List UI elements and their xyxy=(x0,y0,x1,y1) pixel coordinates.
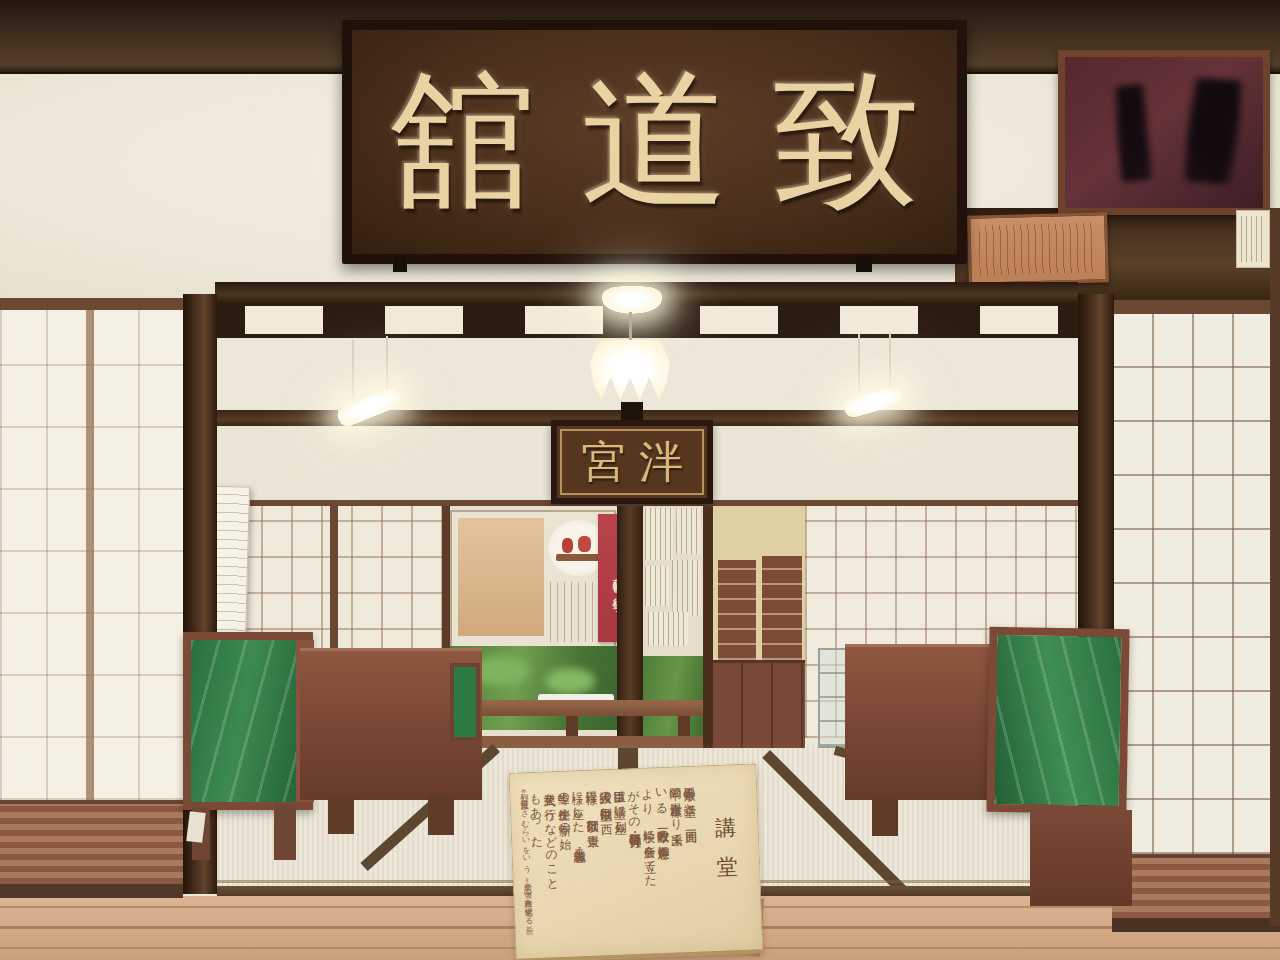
storage-cabinet xyxy=(713,660,805,748)
calligraphy-stroke xyxy=(1183,77,1242,184)
right-shoji-wall xyxy=(1112,300,1280,932)
shoji-base-rail xyxy=(1112,918,1280,932)
shoji-lattice xyxy=(1112,314,1280,854)
window-greenery xyxy=(545,668,595,694)
bookshelf xyxy=(762,556,802,660)
main-plaque-char: 致 xyxy=(773,42,921,242)
board-text-lines xyxy=(978,222,1097,275)
inner-room-frame xyxy=(703,506,713,748)
plaque-hook xyxy=(856,256,872,272)
inner-room xyxy=(713,506,805,748)
case-leg xyxy=(328,798,354,834)
explanation-board xyxy=(967,212,1109,286)
illustration-desk xyxy=(556,554,600,561)
shoji-base-rail xyxy=(0,884,183,898)
light-wire xyxy=(889,332,891,390)
case-leg xyxy=(428,795,454,835)
document-sheet xyxy=(645,508,673,560)
case-stand xyxy=(1030,810,1132,906)
transom-window xyxy=(245,306,323,334)
left-shoji-wall xyxy=(0,298,183,898)
transom-window xyxy=(700,306,778,334)
exhibit-panel xyxy=(450,510,616,650)
hanging-plaque-char: 宮 xyxy=(581,433,625,492)
display-case-right-glass xyxy=(986,627,1129,814)
main-plaque: 舘 道 致 xyxy=(342,20,967,264)
calligraphy-sheet xyxy=(458,518,544,636)
light-wire xyxy=(352,340,354,398)
paper-label xyxy=(1236,210,1270,268)
calligraphy-stroke xyxy=(1112,83,1156,182)
garden-window xyxy=(643,656,703,736)
shoji-slat-panel xyxy=(0,800,183,884)
light-cord xyxy=(629,312,632,342)
transom-window xyxy=(385,306,463,334)
document-sheet xyxy=(672,560,702,616)
light-wire xyxy=(858,334,860,392)
transom-window xyxy=(840,306,918,334)
display-case-left-glass xyxy=(183,632,313,810)
case-leg xyxy=(274,804,296,860)
pendant-light-small xyxy=(602,286,662,314)
display-case-left-wood xyxy=(300,648,482,800)
transom-window xyxy=(525,306,603,334)
hanging-plaque-inner: 宮 泮 xyxy=(560,429,704,495)
case-glass-end xyxy=(450,663,480,741)
shoji-slat-panel xyxy=(1112,854,1280,918)
label-text-lines xyxy=(1241,216,1265,262)
plaque-hook xyxy=(393,256,407,272)
shoji-top-rail xyxy=(0,298,183,310)
shoji-frame-bar xyxy=(86,310,94,800)
shoji-top-rail xyxy=(1112,300,1280,314)
case-leg xyxy=(872,798,898,836)
document-sheet xyxy=(645,566,669,606)
main-plaque-char: 道 xyxy=(581,42,729,242)
sign-text-block: 講 堂 三十畳敷の講堂と、周囲一 間半の畳敷様より出来て いる。政教一致の御趣意… xyxy=(509,765,758,959)
hanging-plaque-char: 泮 xyxy=(639,433,683,492)
main-plaque-char: 舘 xyxy=(389,42,537,242)
document-sheet xyxy=(676,508,702,554)
framed-calligraphy xyxy=(1058,50,1270,215)
bookshelf xyxy=(718,560,756,660)
figure-red xyxy=(578,536,591,552)
right-edge-frame xyxy=(1270,208,1280,926)
document-sheet xyxy=(648,612,688,646)
info-sign: 講 堂 三十畳敷の講堂と、周囲一 間半の畳敷様より出来て いる。政教一致の御趣意… xyxy=(508,763,763,960)
figure-red xyxy=(562,538,573,553)
hanging-plaque: 宮 泮 xyxy=(551,420,713,504)
sign-title: 講 堂 xyxy=(710,777,744,941)
photo-canvas: 舘 道 致 宮 泮 xyxy=(0,0,1280,960)
transom-window xyxy=(980,306,1058,334)
